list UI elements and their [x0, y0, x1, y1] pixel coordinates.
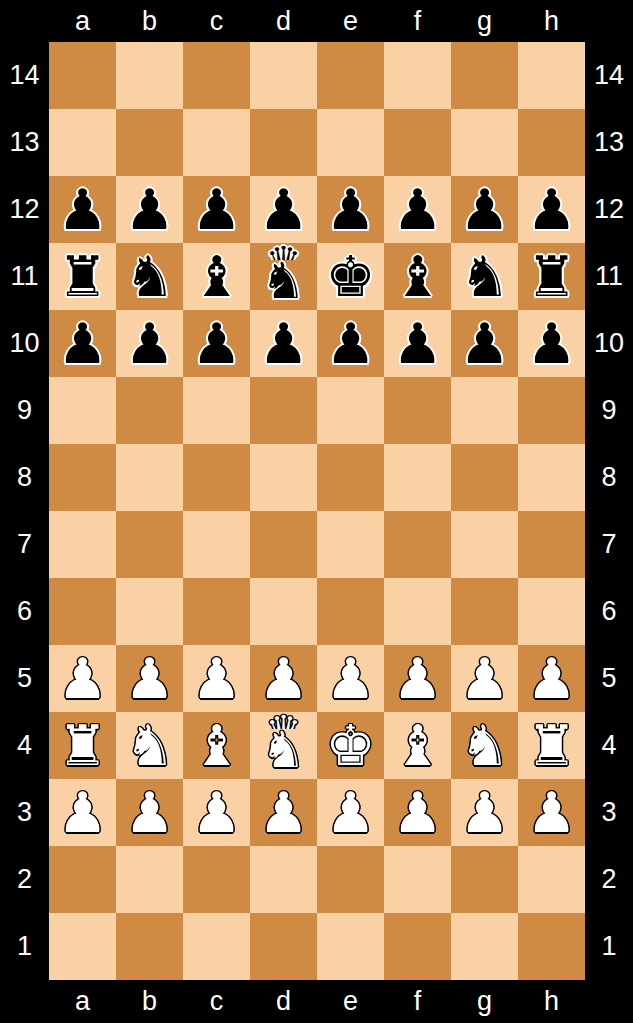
file-label-b: b [142, 986, 157, 1017]
square-d5[interactable]: ♟ [250, 645, 317, 712]
crown-icon: ♛ [262, 244, 306, 260]
rank-label-7: 7 [17, 529, 32, 560]
black-pawn[interactable]: ♟ [57, 316, 107, 372]
square-g1[interactable] [451, 913, 518, 980]
white-rook[interactable]: ♜ [57, 718, 107, 774]
file-label-h: h [544, 6, 559, 37]
square-f3[interactable]: ♟ [384, 779, 451, 846]
square-h14[interactable] [518, 42, 585, 109]
square-a14[interactable] [49, 42, 116, 109]
white-pawn[interactable]: ♟ [526, 785, 576, 841]
white-bishop[interactable]: ♝ [392, 718, 442, 774]
square-g3[interactable]: ♟ [451, 779, 518, 846]
square-f9[interactable] [384, 377, 451, 444]
square-f12[interactable]: ♟ [384, 176, 451, 243]
white-pawn[interactable]: ♟ [459, 785, 509, 841]
rank-label-9: 9 [17, 395, 32, 426]
square-f8[interactable] [384, 444, 451, 511]
rank-label-13: 13 [594, 127, 624, 158]
white-pawn[interactable]: ♟ [392, 785, 442, 841]
square-f10[interactable]: ♟ [384, 310, 451, 377]
square-b14[interactable] [116, 42, 183, 109]
black-king[interactable]: ♚ [325, 249, 375, 305]
square-g14[interactable] [451, 42, 518, 109]
square-g9[interactable] [451, 377, 518, 444]
file-label-e: e [343, 986, 358, 1017]
square-e8[interactable] [317, 444, 384, 511]
square-c1[interactable] [183, 913, 250, 980]
file-label-f: f [414, 986, 422, 1017]
chess-board: ♟♟♟♟♟♟♟♟♜♞♝♛♞♚♝♞♜♟♟♟♟♟♟♟♟♟♟♟♟♟♟♟♟♜♞♝♛♞♚♝… [49, 42, 585, 980]
white-knight[interactable]: ♞ [459, 718, 509, 774]
white-pawn[interactable]: ♟ [57, 651, 107, 707]
square-c8[interactable] [183, 444, 250, 511]
rank-label-4: 4 [601, 730, 616, 761]
board-frame: abcdefgh 1413121110987654321 ♟♟♟♟♟♟♟♟♜♞♝… [0, 0, 633, 1023]
square-e1[interactable] [317, 913, 384, 980]
white-pawn[interactable]: ♟ [258, 651, 308, 707]
square-a5[interactable]: ♟ [49, 645, 116, 712]
square-c7[interactable] [183, 511, 250, 578]
square-a10[interactable]: ♟ [49, 310, 116, 377]
square-d14[interactable] [250, 42, 317, 109]
square-a11[interactable]: ♜ [49, 243, 116, 310]
square-d12[interactable]: ♟ [250, 176, 317, 243]
rank-label-14: 14 [594, 60, 624, 91]
square-c6[interactable] [183, 578, 250, 645]
square-f7[interactable] [384, 511, 451, 578]
rank-label-14: 14 [9, 60, 39, 91]
square-f5[interactable]: ♟ [384, 645, 451, 712]
black-pawn[interactable]: ♟ [459, 182, 509, 238]
rank-label-13: 13 [9, 127, 39, 158]
black-pawn[interactable]: ♟ [392, 316, 442, 372]
square-c13[interactable] [183, 109, 250, 176]
black-pawn[interactable]: ♟ [526, 316, 576, 372]
white-amazon[interactable]: ♛♞ [250, 712, 317, 779]
black-pawn[interactable]: ♟ [258, 182, 308, 238]
black-pawn[interactable]: ♟ [325, 182, 375, 238]
black-pawn[interactable]: ♟ [191, 316, 241, 372]
square-h2[interactable] [518, 846, 585, 913]
square-b1[interactable] [116, 913, 183, 980]
white-pawn[interactable]: ♟ [325, 651, 375, 707]
white-knight[interactable]: ♞ [124, 718, 174, 774]
square-a9[interactable] [49, 377, 116, 444]
square-d2[interactable] [250, 846, 317, 913]
square-e11[interactable]: ♚ [317, 243, 384, 310]
square-e14[interactable] [317, 42, 384, 109]
square-g6[interactable] [451, 578, 518, 645]
rank-labels-right: 1413121110987654321 [585, 42, 633, 980]
rank-labels-left: 1413121110987654321 [0, 42, 49, 980]
rank-label-8: 8 [17, 462, 32, 493]
rank-label-11: 11 [10, 261, 38, 292]
square-c14[interactable] [183, 42, 250, 109]
white-bishop[interactable]: ♝ [191, 718, 241, 774]
rank-label-3: 3 [17, 797, 32, 828]
black-pawn[interactable]: ♟ [191, 182, 241, 238]
white-pawn[interactable]: ♟ [392, 651, 442, 707]
square-a7[interactable] [49, 511, 116, 578]
black-pawn[interactable]: ♟ [459, 316, 509, 372]
square-a2[interactable] [49, 846, 116, 913]
square-c9[interactable] [183, 377, 250, 444]
white-pawn[interactable]: ♟ [191, 785, 241, 841]
square-d9[interactable] [250, 377, 317, 444]
square-e13[interactable] [317, 109, 384, 176]
file-label-c: c [210, 6, 224, 37]
square-e6[interactable] [317, 578, 384, 645]
square-h13[interactable] [518, 109, 585, 176]
square-e4[interactable]: ♚ [317, 712, 384, 779]
square-c12[interactable]: ♟ [183, 176, 250, 243]
square-a8[interactable] [49, 444, 116, 511]
white-pawn[interactable]: ♟ [124, 651, 174, 707]
square-d11[interactable]: ♛♞ [250, 243, 317, 310]
square-h6[interactable] [518, 578, 585, 645]
square-b12[interactable]: ♟ [116, 176, 183, 243]
rank-label-10: 10 [594, 328, 624, 359]
black-pawn[interactable]: ♟ [124, 182, 174, 238]
black-pawn[interactable]: ♟ [325, 316, 375, 372]
square-e7[interactable] [317, 511, 384, 578]
file-label-d: d [276, 986, 291, 1017]
file-label-e: e [343, 6, 358, 37]
square-d13[interactable] [250, 109, 317, 176]
file-label-b: b [142, 6, 157, 37]
rank-label-6: 6 [17, 596, 32, 627]
rank-label-4: 4 [17, 730, 32, 761]
square-h4[interactable]: ♜ [518, 712, 585, 779]
square-c11[interactable]: ♝ [183, 243, 250, 310]
square-b7[interactable] [116, 511, 183, 578]
square-g8[interactable] [451, 444, 518, 511]
square-g4[interactable]: ♞ [451, 712, 518, 779]
rank-label-6: 6 [601, 596, 616, 627]
black-rook[interactable]: ♜ [526, 249, 576, 305]
square-e5[interactable]: ♟ [317, 645, 384, 712]
square-b9[interactable] [116, 377, 183, 444]
rank-label-9: 9 [601, 395, 616, 426]
rank-label-1: 1 [601, 931, 616, 962]
square-e10[interactable]: ♟ [317, 310, 384, 377]
white-pawn[interactable]: ♟ [526, 651, 576, 707]
white-king[interactable]: ♚ [325, 718, 375, 774]
file-labels-bottom: abcdefgh [49, 980, 585, 1023]
square-b11[interactable]: ♞ [116, 243, 183, 310]
square-b2[interactable] [116, 846, 183, 913]
square-h7[interactable] [518, 511, 585, 578]
black-knight[interactable]: ♞ [124, 249, 174, 305]
square-d8[interactable] [250, 444, 317, 511]
file-label-g: g [477, 986, 492, 1017]
square-h11[interactable]: ♜ [518, 243, 585, 310]
square-c10[interactable]: ♟ [183, 310, 250, 377]
square-c5[interactable]: ♟ [183, 645, 250, 712]
white-rook[interactable]: ♜ [526, 718, 576, 774]
file-label-d: d [276, 6, 291, 37]
square-d10[interactable]: ♟ [250, 310, 317, 377]
file-label-h: h [544, 986, 559, 1017]
file-label-c: c [210, 986, 224, 1017]
square-h12[interactable]: ♟ [518, 176, 585, 243]
rank-label-1: 1 [17, 931, 32, 962]
square-f14[interactable] [384, 42, 451, 109]
black-pawn[interactable]: ♟ [124, 316, 174, 372]
black-knight[interactable]: ♞ [459, 249, 509, 305]
square-b4[interactable]: ♞ [116, 712, 183, 779]
square-c3[interactable]: ♟ [183, 779, 250, 846]
knight-base-glyph: ♞ [261, 256, 306, 310]
white-pawn[interactable]: ♟ [191, 651, 241, 707]
rank-label-12: 12 [594, 194, 624, 225]
file-label-a: a [75, 986, 90, 1017]
square-h10[interactable]: ♟ [518, 310, 585, 377]
square-g10[interactable]: ♟ [451, 310, 518, 377]
square-c4[interactable]: ♝ [183, 712, 250, 779]
square-h8[interactable] [518, 444, 585, 511]
black-pawn[interactable]: ♟ [392, 182, 442, 238]
square-h5[interactable]: ♟ [518, 645, 585, 712]
square-g13[interactable] [451, 109, 518, 176]
square-c2[interactable] [183, 846, 250, 913]
rank-label-3: 3 [601, 797, 616, 828]
square-g5[interactable]: ♟ [451, 645, 518, 712]
file-label-f: f [414, 6, 422, 37]
square-d4[interactable]: ♛♞ [250, 712, 317, 779]
black-pawn[interactable]: ♟ [258, 316, 308, 372]
square-a13[interactable] [49, 109, 116, 176]
square-g11[interactable]: ♞ [451, 243, 518, 310]
square-b10[interactable]: ♟ [116, 310, 183, 377]
black-pawn[interactable]: ♟ [57, 182, 107, 238]
rank-label-12: 12 [9, 194, 39, 225]
square-h3[interactable]: ♟ [518, 779, 585, 846]
white-pawn[interactable]: ♟ [258, 785, 308, 841]
rank-label-2: 2 [601, 864, 616, 895]
black-amazon[interactable]: ♛♞ [250, 243, 317, 310]
square-a3[interactable]: ♟ [49, 779, 116, 846]
white-pawn[interactable]: ♟ [124, 785, 174, 841]
square-f13[interactable] [384, 109, 451, 176]
square-b3[interactable]: ♟ [116, 779, 183, 846]
white-pawn[interactable]: ♟ [57, 785, 107, 841]
file-labels-top: abcdefgh [49, 0, 585, 42]
square-e3[interactable]: ♟ [317, 779, 384, 846]
rank-label-5: 5 [601, 663, 616, 694]
square-b8[interactable] [116, 444, 183, 511]
file-label-a: a [75, 6, 90, 37]
square-d7[interactable] [250, 511, 317, 578]
rank-label-11: 11 [595, 261, 623, 292]
square-a6[interactable] [49, 578, 116, 645]
square-a1[interactable] [49, 913, 116, 980]
square-d1[interactable] [250, 913, 317, 980]
square-f1[interactable] [384, 913, 451, 980]
square-h1[interactable] [518, 913, 585, 980]
rank-label-5: 5 [17, 663, 32, 694]
rank-label-2: 2 [17, 864, 32, 895]
square-a4[interactable]: ♜ [49, 712, 116, 779]
square-b13[interactable] [116, 109, 183, 176]
knight-base-glyph: ♞ [261, 725, 306, 779]
square-e12[interactable]: ♟ [317, 176, 384, 243]
square-g2[interactable] [451, 846, 518, 913]
square-b6[interactable] [116, 578, 183, 645]
square-e2[interactable] [317, 846, 384, 913]
square-a12[interactable]: ♟ [49, 176, 116, 243]
square-e9[interactable] [317, 377, 384, 444]
white-pawn[interactable]: ♟ [459, 651, 509, 707]
square-f2[interactable] [384, 846, 451, 913]
black-pawn[interactable]: ♟ [526, 182, 576, 238]
square-b5[interactable]: ♟ [116, 645, 183, 712]
rank-label-7: 7 [601, 529, 616, 560]
black-bishop[interactable]: ♝ [392, 249, 442, 305]
file-label-g: g [477, 6, 492, 37]
black-bishop[interactable]: ♝ [191, 249, 241, 305]
square-d3[interactable]: ♟ [250, 779, 317, 846]
crown-icon: ♛ [262, 713, 306, 729]
rank-label-10: 10 [9, 328, 39, 359]
square-g12[interactable]: ♟ [451, 176, 518, 243]
square-h9[interactable] [518, 377, 585, 444]
square-f4[interactable]: ♝ [384, 712, 451, 779]
black-rook[interactable]: ♜ [57, 249, 107, 305]
square-f11[interactable]: ♝ [384, 243, 451, 310]
square-f6[interactable] [384, 578, 451, 645]
white-pawn[interactable]: ♟ [325, 785, 375, 841]
square-g7[interactable] [451, 511, 518, 578]
square-d6[interactable] [250, 578, 317, 645]
rank-label-8: 8 [601, 462, 616, 493]
